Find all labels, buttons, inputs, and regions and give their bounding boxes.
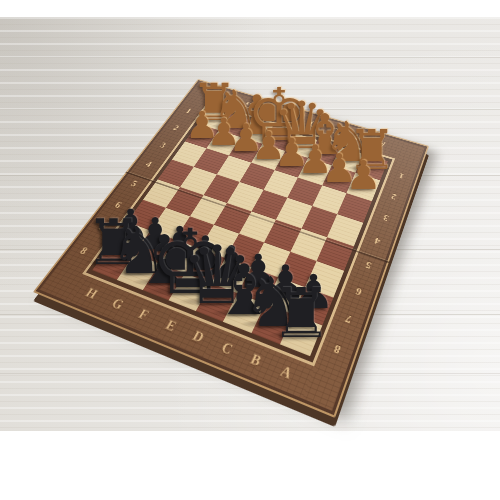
photo-canvas: AABBCCDDEEFFGGHH1122334455667788 ♜♞♝♛♚♝♞… — [0, 0, 500, 500]
